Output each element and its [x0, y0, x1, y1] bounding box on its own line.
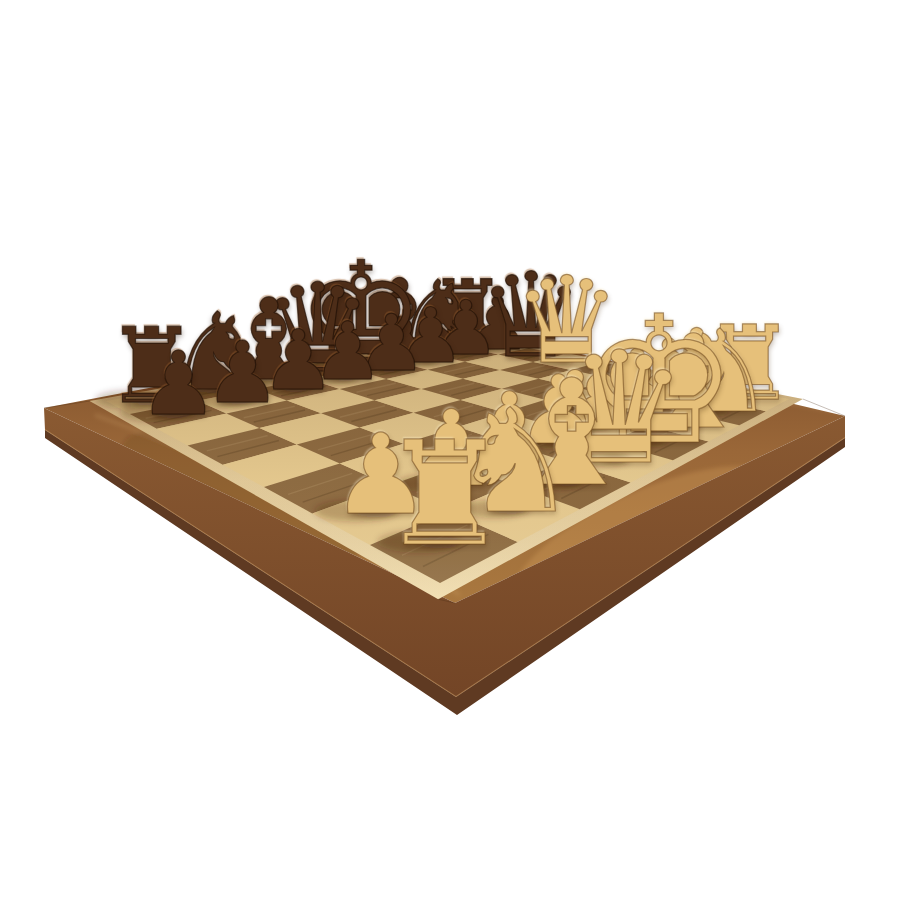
chess-set-product-photo: ♜♞♟♝♟♛♚♟♛♛♟♟♝♟♟♞♜♟♟♜♞♟♟♝♟♚♟♛♟♝♟♞♟♜	[0, 0, 900, 900]
chess-board	[0, 0, 900, 900]
